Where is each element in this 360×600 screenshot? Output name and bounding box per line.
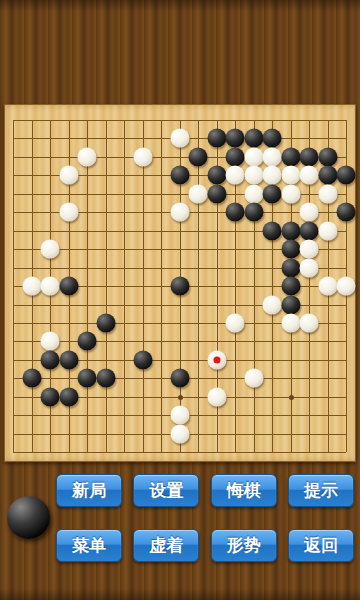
stone-white	[263, 166, 282, 185]
stone-black	[96, 369, 115, 388]
grid-line-v	[198, 120, 199, 452]
stone-white	[318, 221, 337, 240]
stone-black	[281, 240, 300, 259]
stone-black	[133, 350, 152, 369]
stone-black	[170, 166, 189, 185]
stone-white	[22, 277, 41, 296]
stone-black	[281, 258, 300, 277]
stone-black	[226, 147, 245, 166]
stone-black	[207, 166, 226, 185]
stone-white	[170, 406, 189, 425]
grid-line-h	[13, 452, 346, 453]
stone-black	[59, 387, 78, 406]
stone-black	[281, 147, 300, 166]
stone-black	[281, 221, 300, 240]
grid-line-v	[143, 120, 144, 452]
stone-black	[170, 277, 189, 296]
stone-white	[300, 313, 319, 332]
grid-line-v	[13, 120, 14, 452]
stone-white	[244, 166, 263, 185]
stone-black	[59, 277, 78, 296]
go-board[interactable]	[4, 104, 356, 462]
stone-white	[226, 166, 245, 185]
decorative-black-stone	[7, 496, 50, 539]
stone-white	[300, 203, 319, 222]
stone-black	[263, 184, 282, 203]
control-button-row-2: 菜单 虚着 形势 返回	[56, 529, 354, 562]
stone-black	[207, 184, 226, 203]
stone-white	[244, 369, 263, 388]
stone-black	[170, 369, 189, 388]
stone-white	[263, 147, 282, 166]
stone-black	[337, 166, 356, 185]
stone-black	[244, 203, 263, 222]
grid-line-v	[106, 120, 107, 452]
undo-button[interactable]: 悔棋	[211, 474, 277, 507]
stone-white	[244, 147, 263, 166]
stone-black	[226, 203, 245, 222]
stone-white	[263, 295, 282, 314]
stone-black	[78, 332, 97, 351]
stone-white	[300, 166, 319, 185]
grid-line-v	[124, 120, 125, 452]
stone-white	[337, 277, 356, 296]
grid-line-v	[87, 120, 88, 452]
evaluate-button[interactable]: 形势	[211, 529, 277, 562]
stone-black	[78, 369, 97, 388]
stone-black	[263, 129, 282, 148]
stone-black	[318, 166, 337, 185]
stone-white	[244, 184, 263, 203]
stone-white	[78, 147, 97, 166]
stone-white	[207, 350, 226, 369]
stone-black	[96, 313, 115, 332]
stone-white	[300, 258, 319, 277]
stone-white	[41, 332, 60, 351]
stone-black	[318, 147, 337, 166]
stone-white	[300, 240, 319, 259]
hoshi-star-point	[178, 395, 183, 400]
control-button-row-1: 新局 设置 悔棋 提示	[56, 474, 354, 507]
stone-white	[318, 277, 337, 296]
stone-black	[337, 203, 356, 222]
stone-white	[318, 184, 337, 203]
new-game-button[interactable]: 新局	[56, 474, 122, 507]
stone-black	[281, 277, 300, 296]
stone-white	[59, 203, 78, 222]
stone-white	[41, 277, 60, 296]
stone-black	[41, 387, 60, 406]
stone-black	[300, 221, 319, 240]
stone-white	[207, 387, 226, 406]
stone-white	[59, 166, 78, 185]
settings-button[interactable]: 设置	[133, 474, 199, 507]
stone-black	[226, 129, 245, 148]
stone-black	[263, 221, 282, 240]
back-button[interactable]: 返回	[288, 529, 354, 562]
stone-black	[244, 129, 263, 148]
grid-line-v	[161, 120, 162, 452]
last-move-marker	[213, 356, 220, 363]
stone-white	[170, 424, 189, 443]
stone-black	[300, 147, 319, 166]
stone-black	[41, 350, 60, 369]
stone-white	[281, 166, 300, 185]
stone-white	[281, 184, 300, 203]
hoshi-star-point	[289, 395, 294, 400]
stone-black	[207, 129, 226, 148]
hint-button[interactable]: 提示	[288, 474, 354, 507]
stone-white	[189, 184, 208, 203]
menu-button[interactable]: 菜单	[56, 529, 122, 562]
stone-white	[41, 240, 60, 259]
stone-white	[133, 147, 152, 166]
pass-button[interactable]: 虚着	[133, 529, 199, 562]
stone-black	[59, 350, 78, 369]
stone-black	[189, 147, 208, 166]
stone-white	[226, 313, 245, 332]
stone-white	[170, 203, 189, 222]
stone-black	[281, 295, 300, 314]
stone-black	[22, 369, 41, 388]
stone-white	[170, 129, 189, 148]
stone-white	[281, 313, 300, 332]
